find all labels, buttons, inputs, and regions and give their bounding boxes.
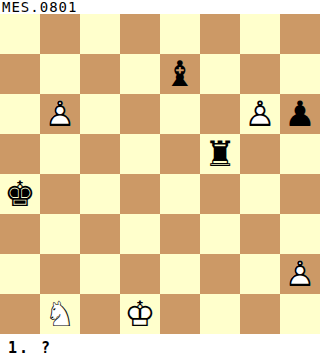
square-g3[interactable] — [240, 214, 280, 254]
square-h3[interactable] — [280, 214, 320, 254]
square-d8[interactable] — [120, 14, 160, 54]
square-e1[interactable] — [160, 294, 200, 334]
white-knight-outline-glyph: ♘ — [40, 294, 80, 334]
square-h5[interactable] — [280, 134, 320, 174]
square-g6[interactable]: ♟♙ — [240, 94, 280, 134]
white-pawn-piece: ♟♙ — [280, 254, 320, 294]
white-knight-piece: ♞♘ — [40, 294, 80, 334]
square-a5[interactable] — [0, 134, 40, 174]
square-a7[interactable] — [0, 54, 40, 94]
square-d4[interactable] — [120, 174, 160, 214]
square-g1[interactable] — [240, 294, 280, 334]
diagram-title: MES.0801 — [0, 0, 320, 14]
white-king-outline-glyph: ♔ — [120, 294, 160, 334]
square-c2[interactable] — [80, 254, 120, 294]
square-f8[interactable] — [200, 14, 240, 54]
square-g7[interactable] — [240, 54, 280, 94]
white-king-piece: ♚♔ — [120, 294, 160, 334]
square-h1[interactable] — [280, 294, 320, 334]
square-h6[interactable]: ♟ — [280, 94, 320, 134]
square-b4[interactable] — [40, 174, 80, 214]
square-e6[interactable] — [160, 94, 200, 134]
square-c1[interactable] — [80, 294, 120, 334]
black-king-piece: ♚ — [0, 174, 40, 214]
square-c3[interactable] — [80, 214, 120, 254]
white-pawn-fill-glyph: ♟ — [40, 94, 80, 134]
square-d5[interactable] — [120, 134, 160, 174]
square-h7[interactable] — [280, 54, 320, 94]
square-d2[interactable] — [120, 254, 160, 294]
square-b2[interactable] — [40, 254, 80, 294]
white-pawn-fill-glyph: ♟ — [240, 94, 280, 134]
square-a2[interactable] — [0, 254, 40, 294]
black-pawn-piece: ♟ — [280, 94, 320, 134]
square-f4[interactable] — [200, 174, 240, 214]
square-d7[interactable] — [120, 54, 160, 94]
square-g2[interactable] — [240, 254, 280, 294]
black-king-glyph: ♚ — [0, 174, 40, 214]
square-d1[interactable]: ♚♔ — [120, 294, 160, 334]
square-g8[interactable] — [240, 14, 280, 54]
white-king-fill-glyph: ♚ — [120, 294, 160, 334]
square-h4[interactable] — [280, 174, 320, 214]
square-b5[interactable] — [40, 134, 80, 174]
square-e3[interactable] — [160, 214, 200, 254]
square-g4[interactable] — [240, 174, 280, 214]
square-f6[interactable] — [200, 94, 240, 134]
square-e2[interactable] — [160, 254, 200, 294]
square-f1[interactable] — [200, 294, 240, 334]
chess-board: ♝♟♙♟♙♟♜♚♟♙♞♘♚♔ — [0, 14, 320, 334]
white-pawn-outline-glyph: ♙ — [280, 254, 320, 294]
square-h2[interactable]: ♟♙ — [280, 254, 320, 294]
black-rook-piece: ♜ — [200, 134, 240, 174]
square-b8[interactable] — [40, 14, 80, 54]
black-bishop-glyph: ♝ — [160, 54, 200, 94]
square-h8[interactable] — [280, 14, 320, 54]
square-b1[interactable]: ♞♘ — [40, 294, 80, 334]
white-knight-fill-glyph: ♞ — [40, 294, 80, 334]
square-c6[interactable] — [80, 94, 120, 134]
square-a4[interactable]: ♚ — [0, 174, 40, 214]
move-prompt: 1. ? — [0, 334, 320, 357]
square-f7[interactable] — [200, 54, 240, 94]
square-a1[interactable] — [0, 294, 40, 334]
white-pawn-piece: ♟♙ — [240, 94, 280, 134]
square-e5[interactable] — [160, 134, 200, 174]
square-f2[interactable] — [200, 254, 240, 294]
square-g5[interactable] — [240, 134, 280, 174]
black-bishop-piece: ♝ — [160, 54, 200, 94]
square-a8[interactable] — [0, 14, 40, 54]
square-b7[interactable] — [40, 54, 80, 94]
square-c4[interactable] — [80, 174, 120, 214]
white-pawn-fill-glyph: ♟ — [280, 254, 320, 294]
white-pawn-outline-glyph: ♙ — [240, 94, 280, 134]
square-a3[interactable] — [0, 214, 40, 254]
square-c8[interactable] — [80, 14, 120, 54]
black-pawn-glyph: ♟ — [280, 94, 320, 134]
square-b3[interactable] — [40, 214, 80, 254]
square-a6[interactable] — [0, 94, 40, 134]
square-e8[interactable] — [160, 14, 200, 54]
square-c5[interactable] — [80, 134, 120, 174]
white-pawn-outline-glyph: ♙ — [40, 94, 80, 134]
black-rook-glyph: ♜ — [200, 134, 240, 174]
square-b6[interactable]: ♟♙ — [40, 94, 80, 134]
square-e7[interactable]: ♝ — [160, 54, 200, 94]
white-pawn-piece: ♟♙ — [40, 94, 80, 134]
square-d6[interactable] — [120, 94, 160, 134]
square-e4[interactable] — [160, 174, 200, 214]
square-f5[interactable]: ♜ — [200, 134, 240, 174]
chess-diagram-page: MES.0801 ♝♟♙♟♙♟♜♚♟♙♞♘♚♔ 1. ? — [0, 0, 320, 360]
square-f3[interactable] — [200, 214, 240, 254]
square-c7[interactable] — [80, 54, 120, 94]
square-d3[interactable] — [120, 214, 160, 254]
